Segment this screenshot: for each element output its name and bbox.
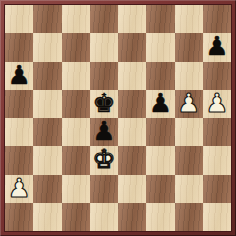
square-d8[interactable]: [90, 5, 118, 33]
square-f2[interactable]: [146, 175, 174, 203]
square-h6[interactable]: [203, 62, 231, 90]
square-d6[interactable]: [90, 62, 118, 90]
square-a3[interactable]: [5, 146, 33, 174]
square-g2[interactable]: [175, 175, 203, 203]
square-d3[interactable]: ♚: [90, 146, 118, 174]
white-pawn-icon[interactable]: ♟: [7, 175, 30, 201]
square-d7[interactable]: [90, 33, 118, 61]
black-king-icon[interactable]: ♚: [92, 90, 115, 116]
square-b3[interactable]: [33, 146, 61, 174]
square-d4[interactable]: ♟: [90, 118, 118, 146]
square-b8[interactable]: [33, 5, 61, 33]
square-d2[interactable]: [90, 175, 118, 203]
square-g8[interactable]: [175, 5, 203, 33]
board-frame: ♟♟♚♟♟♟♟♚♟: [0, 0, 236, 236]
square-e4[interactable]: [118, 118, 146, 146]
square-e7[interactable]: [118, 33, 146, 61]
square-b6[interactable]: [33, 62, 61, 90]
white-pawn-icon[interactable]: ♟: [205, 90, 228, 116]
black-pawn-icon[interactable]: ♟: [149, 90, 172, 116]
square-f8[interactable]: [146, 5, 174, 33]
square-e2[interactable]: [118, 175, 146, 203]
square-e1[interactable]: [118, 203, 146, 231]
square-b5[interactable]: [33, 90, 61, 118]
square-f1[interactable]: [146, 203, 174, 231]
square-h8[interactable]: [203, 5, 231, 33]
square-c1[interactable]: [62, 203, 90, 231]
square-e6[interactable]: [118, 62, 146, 90]
square-c8[interactable]: [62, 5, 90, 33]
square-c3[interactable]: [62, 146, 90, 174]
black-pawn-icon[interactable]: ♟: [205, 33, 228, 59]
square-h7[interactable]: ♟: [203, 33, 231, 61]
black-pawn-icon[interactable]: ♟: [7, 62, 30, 88]
square-a7[interactable]: [5, 33, 33, 61]
square-f4[interactable]: [146, 118, 174, 146]
square-e3[interactable]: [118, 146, 146, 174]
square-b2[interactable]: [33, 175, 61, 203]
square-h4[interactable]: [203, 118, 231, 146]
square-f6[interactable]: [146, 62, 174, 90]
square-h3[interactable]: [203, 146, 231, 174]
square-c7[interactable]: [62, 33, 90, 61]
board: ♟♟♚♟♟♟♟♚♟: [5, 5, 231, 231]
square-h1[interactable]: [203, 203, 231, 231]
square-a5[interactable]: [5, 90, 33, 118]
square-a6[interactable]: ♟: [5, 62, 33, 90]
white-king-icon[interactable]: ♚: [92, 146, 115, 172]
square-c2[interactable]: [62, 175, 90, 203]
square-a8[interactable]: [5, 5, 33, 33]
square-d5[interactable]: ♚: [90, 90, 118, 118]
square-h5[interactable]: ♟: [203, 90, 231, 118]
square-b4[interactable]: [33, 118, 61, 146]
square-f5[interactable]: ♟: [146, 90, 174, 118]
square-f7[interactable]: [146, 33, 174, 61]
square-g4[interactable]: [175, 118, 203, 146]
square-a4[interactable]: [5, 118, 33, 146]
square-c6[interactable]: [62, 62, 90, 90]
square-c5[interactable]: [62, 90, 90, 118]
square-h2[interactable]: [203, 175, 231, 203]
black-pawn-icon[interactable]: ♟: [92, 118, 115, 144]
square-g3[interactable]: [175, 146, 203, 174]
square-e5[interactable]: [118, 90, 146, 118]
square-d1[interactable]: [90, 203, 118, 231]
square-g7[interactable]: [175, 33, 203, 61]
white-pawn-icon[interactable]: ♟: [177, 90, 200, 116]
square-g1[interactable]: [175, 203, 203, 231]
square-g5[interactable]: ♟: [175, 90, 203, 118]
square-g6[interactable]: [175, 62, 203, 90]
square-a1[interactable]: [5, 203, 33, 231]
square-e8[interactable]: [118, 5, 146, 33]
square-b1[interactable]: [33, 203, 61, 231]
square-f3[interactable]: [146, 146, 174, 174]
square-a2[interactable]: ♟: [5, 175, 33, 203]
square-b7[interactable]: [33, 33, 61, 61]
square-c4[interactable]: [62, 118, 90, 146]
